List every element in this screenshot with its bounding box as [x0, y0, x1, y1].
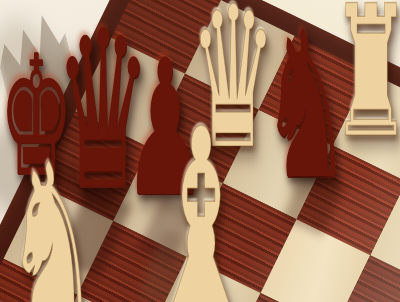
piece-light-bishop[interactable]: ♝: [146, 130, 256, 302]
piece-red-knight[interactable]: ♞: [261, 32, 351, 182]
chess-photo-scene: ♚♛♟♛♞♜♞♝: [0, 0, 400, 302]
piece-light-knight[interactable]: ♞: [5, 162, 99, 302]
